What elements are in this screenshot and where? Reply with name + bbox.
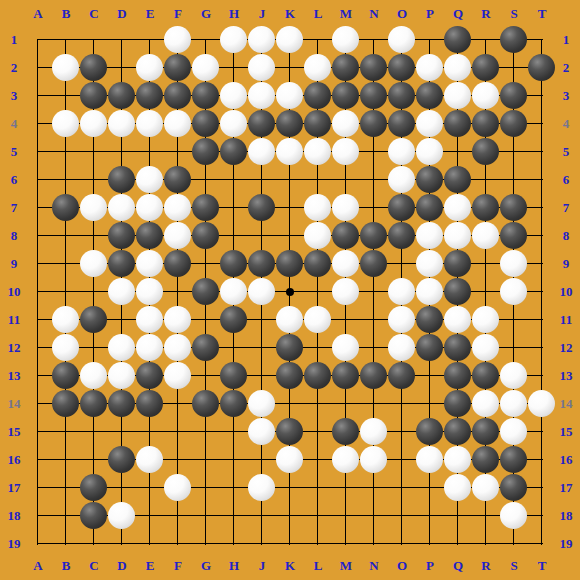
stone-black-K9 xyxy=(276,250,303,277)
stone-black-R5 xyxy=(472,138,499,165)
stone-black-G8 xyxy=(192,222,219,249)
stone-white-M16 xyxy=(332,446,359,473)
col-label-bottom-B: B xyxy=(62,558,71,574)
stone-black-F3 xyxy=(164,82,191,109)
stone-black-N4 xyxy=(360,110,387,137)
stone-black-N8 xyxy=(360,222,387,249)
stone-white-J17 xyxy=(248,474,275,501)
col-label-top-M: M xyxy=(340,6,352,22)
stone-white-K11 xyxy=(276,306,303,333)
stone-white-P10 xyxy=(416,278,443,305)
stone-white-O1 xyxy=(388,26,415,53)
col-label-bottom-M: M xyxy=(340,558,352,574)
go-board[interactable] xyxy=(24,26,556,558)
stone-black-G14 xyxy=(192,390,219,417)
stone-white-P2 xyxy=(416,54,443,81)
stone-black-S8 xyxy=(500,222,527,249)
stone-white-R17 xyxy=(472,474,499,501)
stone-white-S15 xyxy=(500,418,527,445)
stone-white-M10 xyxy=(332,278,359,305)
stone-black-C11 xyxy=(80,306,107,333)
stone-white-M4 xyxy=(332,110,359,137)
stone-black-H13 xyxy=(220,362,247,389)
stone-black-H5 xyxy=(220,138,247,165)
stone-white-O6 xyxy=(388,166,415,193)
col-label-bottom-O: O xyxy=(397,558,407,574)
stone-white-E7 xyxy=(136,194,163,221)
stone-black-J4 xyxy=(248,110,275,137)
stone-white-L11 xyxy=(304,306,331,333)
stone-white-Q17 xyxy=(444,474,471,501)
stone-black-O8 xyxy=(388,222,415,249)
stone-white-E4 xyxy=(136,110,163,137)
stone-black-B14 xyxy=(52,390,79,417)
stone-black-N2 xyxy=(360,54,387,81)
stone-white-J10 xyxy=(248,278,275,305)
stone-white-M1 xyxy=(332,26,359,53)
stone-black-S4 xyxy=(500,110,527,137)
go-board-screenshot: AABBCCDDEEFFGGHHJJKKLLMMNNOOPPQQRRSSTT11… xyxy=(0,0,580,580)
stone-white-C4 xyxy=(80,110,107,137)
stone-black-H11 xyxy=(220,306,247,333)
stone-white-D10 xyxy=(108,278,135,305)
col-label-bottom-R: R xyxy=(481,558,490,574)
stone-white-F12 xyxy=(164,334,191,361)
stone-black-S1 xyxy=(500,26,527,53)
stone-black-S16 xyxy=(500,446,527,473)
stone-black-H9 xyxy=(220,250,247,277)
stone-black-M8 xyxy=(332,222,359,249)
stone-white-E9 xyxy=(136,250,163,277)
stone-white-F17 xyxy=(164,474,191,501)
stone-black-M13 xyxy=(332,362,359,389)
col-label-top-O: O xyxy=(397,6,407,22)
stone-black-K15 xyxy=(276,418,303,445)
stone-white-M12 xyxy=(332,334,359,361)
row-label-right-10: 10 xyxy=(560,284,573,300)
stone-black-N3 xyxy=(360,82,387,109)
row-label-left-8: 8 xyxy=(11,228,18,244)
stone-white-F13 xyxy=(164,362,191,389)
row-label-left-14: 14 xyxy=(8,396,21,412)
stone-white-O12 xyxy=(388,334,415,361)
stone-black-F2 xyxy=(164,54,191,81)
stone-white-B2 xyxy=(52,54,79,81)
stone-white-F7 xyxy=(164,194,191,221)
row-label-left-19: 19 xyxy=(8,536,21,552)
stone-white-F4 xyxy=(164,110,191,137)
row-label-left-16: 16 xyxy=(8,452,21,468)
col-label-bottom-E: E xyxy=(146,558,155,574)
stone-black-C2 xyxy=(80,54,107,81)
stone-white-K16 xyxy=(276,446,303,473)
stone-white-O10 xyxy=(388,278,415,305)
stone-black-C14 xyxy=(80,390,107,417)
row-label-left-9: 9 xyxy=(11,256,18,272)
stone-white-B4 xyxy=(52,110,79,137)
stone-black-Q13 xyxy=(444,362,471,389)
stone-white-S18 xyxy=(500,502,527,529)
stone-white-C7 xyxy=(80,194,107,221)
stone-white-Q2 xyxy=(444,54,471,81)
col-label-bottom-K: K xyxy=(285,558,295,574)
stone-white-F11 xyxy=(164,306,191,333)
stone-black-N13 xyxy=(360,362,387,389)
stone-black-Q15 xyxy=(444,418,471,445)
col-label-bottom-A: A xyxy=(33,558,42,574)
stone-black-D9 xyxy=(108,250,135,277)
stone-black-O4 xyxy=(388,110,415,137)
stone-white-E2 xyxy=(136,54,163,81)
stone-white-L8 xyxy=(304,222,331,249)
stone-white-S10 xyxy=(500,278,527,305)
stone-black-O13 xyxy=(388,362,415,389)
row-label-left-15: 15 xyxy=(8,424,21,440)
stone-black-D3 xyxy=(108,82,135,109)
stone-white-D4 xyxy=(108,110,135,137)
row-label-right-1: 1 xyxy=(563,32,570,48)
stone-black-N9 xyxy=(360,250,387,277)
stone-black-J7 xyxy=(248,194,275,221)
col-label-top-T: T xyxy=(538,6,547,22)
stone-black-M15 xyxy=(332,418,359,445)
stone-black-R4 xyxy=(472,110,499,137)
row-label-right-19: 19 xyxy=(560,536,573,552)
row-label-left-11: 11 xyxy=(8,312,20,328)
stone-white-R8 xyxy=(472,222,499,249)
row-label-right-3: 3 xyxy=(563,88,570,104)
col-label-top-B: B xyxy=(62,6,71,22)
col-label-bottom-J: J xyxy=(259,558,266,574)
stone-white-G2 xyxy=(192,54,219,81)
stone-black-B13 xyxy=(52,362,79,389)
stone-black-C3 xyxy=(80,82,107,109)
row-label-right-13: 13 xyxy=(560,368,573,384)
row-label-right-16: 16 xyxy=(560,452,573,468)
col-label-top-E: E xyxy=(146,6,155,22)
col-label-top-L: L xyxy=(314,6,323,22)
stone-black-E13 xyxy=(136,362,163,389)
stone-black-L3 xyxy=(304,82,331,109)
stone-white-E16 xyxy=(136,446,163,473)
stone-white-H1 xyxy=(220,26,247,53)
stone-black-E14 xyxy=(136,390,163,417)
col-label-top-F: F xyxy=(174,6,182,22)
row-label-right-7: 7 xyxy=(563,200,570,216)
stone-black-P12 xyxy=(416,334,443,361)
stone-white-E10 xyxy=(136,278,163,305)
col-label-top-J: J xyxy=(259,6,266,22)
stone-white-J14 xyxy=(248,390,275,417)
stone-white-O11 xyxy=(388,306,415,333)
stone-black-P6 xyxy=(416,166,443,193)
stone-black-G5 xyxy=(192,138,219,165)
stone-black-F9 xyxy=(164,250,191,277)
col-label-bottom-L: L xyxy=(314,558,323,574)
row-label-left-10: 10 xyxy=(8,284,21,300)
stone-black-E3 xyxy=(136,82,163,109)
stone-white-L2 xyxy=(304,54,331,81)
stone-black-L13 xyxy=(304,362,331,389)
stone-white-J5 xyxy=(248,138,275,165)
col-label-bottom-T: T xyxy=(538,558,547,574)
row-label-left-13: 13 xyxy=(8,368,21,384)
row-label-right-14: 14 xyxy=(560,396,573,412)
stone-black-K4 xyxy=(276,110,303,137)
stone-black-G3 xyxy=(192,82,219,109)
col-label-top-S: S xyxy=(510,6,517,22)
stone-white-B11 xyxy=(52,306,79,333)
stone-black-Q4 xyxy=(444,110,471,137)
stone-white-B12 xyxy=(52,334,79,361)
row-label-left-3: 3 xyxy=(11,88,18,104)
stone-black-C18 xyxy=(80,502,107,529)
col-label-bottom-Q: Q xyxy=(453,558,463,574)
stone-white-K1 xyxy=(276,26,303,53)
row-label-right-11: 11 xyxy=(560,312,572,328)
col-label-bottom-S: S xyxy=(510,558,517,574)
stone-white-Q11 xyxy=(444,306,471,333)
row-label-left-4: 4 xyxy=(11,116,18,132)
stone-black-L4 xyxy=(304,110,331,137)
row-label-left-18: 18 xyxy=(8,508,21,524)
stone-black-G12 xyxy=(192,334,219,361)
stone-white-P16 xyxy=(416,446,443,473)
stone-white-M9 xyxy=(332,250,359,277)
col-label-top-D: D xyxy=(117,6,126,22)
stone-white-R12 xyxy=(472,334,499,361)
stone-white-L7 xyxy=(304,194,331,221)
stone-black-R2 xyxy=(472,54,499,81)
stone-white-P9 xyxy=(416,250,443,277)
col-label-bottom-G: G xyxy=(201,558,211,574)
stone-white-L5 xyxy=(304,138,331,165)
stone-white-C9 xyxy=(80,250,107,277)
row-label-left-17: 17 xyxy=(8,480,21,496)
col-label-top-R: R xyxy=(481,6,490,22)
stone-white-Q7 xyxy=(444,194,471,221)
stone-white-H3 xyxy=(220,82,247,109)
stone-black-P7 xyxy=(416,194,443,221)
stone-white-K5 xyxy=(276,138,303,165)
stone-white-E6 xyxy=(136,166,163,193)
stone-black-T2 xyxy=(528,54,555,81)
stone-black-Q1 xyxy=(444,26,471,53)
stone-black-S7 xyxy=(500,194,527,221)
stone-white-R14 xyxy=(472,390,499,417)
stone-black-G4 xyxy=(192,110,219,137)
row-label-right-9: 9 xyxy=(563,256,570,272)
stone-black-R16 xyxy=(472,446,499,473)
stone-black-J9 xyxy=(248,250,275,277)
stone-black-K12 xyxy=(276,334,303,361)
stone-white-P8 xyxy=(416,222,443,249)
stone-white-J3 xyxy=(248,82,275,109)
col-label-top-H: H xyxy=(229,6,239,22)
stone-black-O3 xyxy=(388,82,415,109)
stone-black-R7 xyxy=(472,194,499,221)
stone-black-R15 xyxy=(472,418,499,445)
row-label-left-1: 1 xyxy=(11,32,18,48)
stone-black-P3 xyxy=(416,82,443,109)
col-label-bottom-H: H xyxy=(229,558,239,574)
star-point-K10 xyxy=(286,288,294,296)
stone-black-O7 xyxy=(388,194,415,221)
stone-white-D7 xyxy=(108,194,135,221)
stone-black-G7 xyxy=(192,194,219,221)
stone-black-L9 xyxy=(304,250,331,277)
stone-white-S13 xyxy=(500,362,527,389)
stone-black-S3 xyxy=(500,82,527,109)
row-label-right-17: 17 xyxy=(560,480,573,496)
stone-white-N15 xyxy=(360,418,387,445)
col-label-top-P: P xyxy=(426,6,434,22)
col-label-top-K: K xyxy=(285,6,295,22)
stone-black-S17 xyxy=(500,474,527,501)
stone-black-E8 xyxy=(136,222,163,249)
stone-white-E11 xyxy=(136,306,163,333)
stone-white-O5 xyxy=(388,138,415,165)
stone-white-J15 xyxy=(248,418,275,445)
row-label-left-2: 2 xyxy=(11,60,18,76)
stone-black-G10 xyxy=(192,278,219,305)
row-label-right-2: 2 xyxy=(563,60,570,76)
col-label-bottom-D: D xyxy=(117,558,126,574)
stone-white-R11 xyxy=(472,306,499,333)
stone-white-J2 xyxy=(248,54,275,81)
stone-black-Q10 xyxy=(444,278,471,305)
stone-white-M7 xyxy=(332,194,359,221)
row-label-left-5: 5 xyxy=(11,144,18,160)
stone-white-D12 xyxy=(108,334,135,361)
row-label-left-12: 12 xyxy=(8,340,21,356)
stone-black-B7 xyxy=(52,194,79,221)
stone-black-O2 xyxy=(388,54,415,81)
stone-white-N16 xyxy=(360,446,387,473)
stone-black-Q14 xyxy=(444,390,471,417)
stone-white-S9 xyxy=(500,250,527,277)
stone-white-S14 xyxy=(500,390,527,417)
row-label-left-7: 7 xyxy=(11,200,18,216)
stone-white-Q16 xyxy=(444,446,471,473)
row-label-right-8: 8 xyxy=(563,228,570,244)
stone-black-K13 xyxy=(276,362,303,389)
col-label-top-G: G xyxy=(201,6,211,22)
stone-white-J1 xyxy=(248,26,275,53)
col-label-bottom-N: N xyxy=(369,558,378,574)
col-label-bottom-P: P xyxy=(426,558,434,574)
stone-black-Q6 xyxy=(444,166,471,193)
stone-black-R13 xyxy=(472,362,499,389)
stone-black-D14 xyxy=(108,390,135,417)
row-label-right-6: 6 xyxy=(563,172,570,188)
col-label-top-C: C xyxy=(89,6,98,22)
row-label-right-4: 4 xyxy=(563,116,570,132)
stone-black-Q12 xyxy=(444,334,471,361)
stone-black-F6 xyxy=(164,166,191,193)
stone-white-H10 xyxy=(220,278,247,305)
stone-black-D6 xyxy=(108,166,135,193)
stone-black-H14 xyxy=(220,390,247,417)
stone-black-C17 xyxy=(80,474,107,501)
row-label-right-15: 15 xyxy=(560,424,573,440)
stone-white-K3 xyxy=(276,82,303,109)
stone-white-P5 xyxy=(416,138,443,165)
col-label-top-Q: Q xyxy=(453,6,463,22)
stone-white-D13 xyxy=(108,362,135,389)
stone-white-C13 xyxy=(80,362,107,389)
row-label-left-6: 6 xyxy=(11,172,18,188)
stone-white-H4 xyxy=(220,110,247,137)
col-label-top-A: A xyxy=(33,6,42,22)
col-label-bottom-C: C xyxy=(89,558,98,574)
row-label-right-18: 18 xyxy=(560,508,573,524)
stone-black-Q9 xyxy=(444,250,471,277)
stone-white-F1 xyxy=(164,26,191,53)
stone-black-D8 xyxy=(108,222,135,249)
stone-black-M3 xyxy=(332,82,359,109)
stone-white-R3 xyxy=(472,82,499,109)
stone-black-P15 xyxy=(416,418,443,445)
stone-white-E12 xyxy=(136,334,163,361)
stone-white-P4 xyxy=(416,110,443,137)
stone-white-M5 xyxy=(332,138,359,165)
col-label-bottom-F: F xyxy=(174,558,182,574)
stone-black-P11 xyxy=(416,306,443,333)
stone-white-F8 xyxy=(164,222,191,249)
stone-white-Q8 xyxy=(444,222,471,249)
row-label-right-5: 5 xyxy=(563,144,570,160)
stone-white-D18 xyxy=(108,502,135,529)
stone-white-Q3 xyxy=(444,82,471,109)
stone-black-M2 xyxy=(332,54,359,81)
stone-black-D16 xyxy=(108,446,135,473)
row-label-right-12: 12 xyxy=(560,340,573,356)
stone-white-T14 xyxy=(528,390,555,417)
col-label-top-N: N xyxy=(369,6,378,22)
